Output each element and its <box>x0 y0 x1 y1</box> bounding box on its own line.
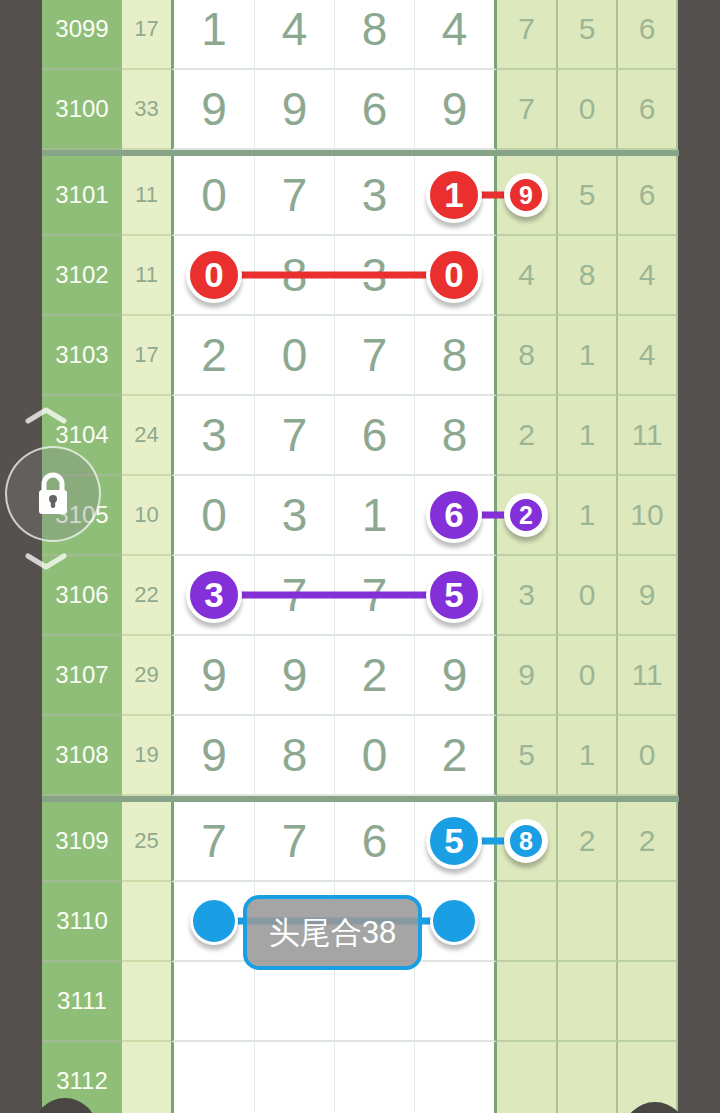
digit-cell <box>254 962 334 1042</box>
digit-cell: 2 <box>334 636 414 716</box>
period-cell: 3109 <box>42 802 122 882</box>
digit-cell: 8 <box>414 316 497 396</box>
digit-cell <box>414 882 497 962</box>
tail-cell: 11 <box>618 396 678 476</box>
tail-cell: 2 <box>558 802 618 882</box>
period-cell: 3107 <box>42 636 122 716</box>
period-cell: 3110 <box>42 882 122 962</box>
digit-cell: 1 <box>171 0 254 70</box>
digit-cell: 0 <box>254 316 334 396</box>
sum-cell: 33 <box>122 70 171 150</box>
table-row: 3112 <box>42 1042 679 1113</box>
chevron-down-icon <box>24 553 68 571</box>
tail-cell: 0 <box>558 636 618 716</box>
digit-cell: 3 <box>254 476 334 556</box>
table-row: 31011107356 <box>42 156 679 236</box>
table-row: 31062277309 <box>42 556 679 636</box>
tail-cell: 9 <box>618 556 678 636</box>
tail-cell: 0 <box>618 716 678 796</box>
digit-cell: 7 <box>254 802 334 882</box>
annotation-tooltip[interactable]: 头尾合38 <box>243 895 422 970</box>
tail-cell <box>497 156 558 236</box>
tail-cell: 5 <box>558 0 618 70</box>
table-row: 31092577622 <box>42 802 679 882</box>
tail-cell <box>558 882 618 962</box>
tail-cell: 5 <box>558 156 618 236</box>
trend-chart-screen: 3099171484756310033996970631011107356310… <box>0 0 720 1113</box>
tail-cell: 2 <box>618 802 678 882</box>
table-row: 3100339969706 <box>42 70 679 150</box>
scroll-down-button[interactable] <box>24 553 68 571</box>
period-cell: 3103 <box>42 316 122 396</box>
digit-cell <box>171 1042 254 1113</box>
digit-cell: 9 <box>254 70 334 150</box>
tail-cell: 10 <box>618 476 678 556</box>
sum-cell <box>122 882 171 962</box>
digit-cell: 3 <box>171 396 254 476</box>
digit-cell: 7 <box>254 556 334 636</box>
sum-cell: 17 <box>122 0 171 70</box>
digit-cell: 6 <box>334 802 414 882</box>
digit-cell: 9 <box>171 716 254 796</box>
digit-cell <box>414 962 497 1042</box>
table-row: 31042437682111 <box>42 396 679 476</box>
digit-cell: 8 <box>414 396 497 476</box>
digit-cell: 9 <box>254 636 334 716</box>
digit-cell <box>171 882 254 962</box>
digit-cell: 0 <box>171 476 254 556</box>
digit-cell <box>334 1042 414 1113</box>
digit-cell <box>414 156 497 236</box>
tail-cell: 1 <box>558 476 618 556</box>
table-row: 3111 <box>42 962 679 1042</box>
digit-cell: 9 <box>414 636 497 716</box>
period-cell: 3102 <box>42 236 122 316</box>
tail-cell: 0 <box>558 556 618 636</box>
period-cell: 3108 <box>42 716 122 796</box>
tail-cell: 4 <box>497 236 558 316</box>
digit-cell <box>414 556 497 636</box>
digit-cell: 7 <box>334 316 414 396</box>
digit-cell <box>414 476 497 556</box>
table-row: 31072999299011 <box>42 636 679 716</box>
tail-cell <box>497 882 558 962</box>
tail-cell <box>497 962 558 1042</box>
digit-cell: 6 <box>334 70 414 150</box>
digit-cell: 9 <box>171 70 254 150</box>
digit-cell <box>414 236 497 316</box>
digit-cell <box>334 962 414 1042</box>
tail-cell: 9 <box>497 636 558 716</box>
sum-cell: 22 <box>122 556 171 636</box>
digit-cell <box>171 962 254 1042</box>
digit-cell: 6 <box>334 396 414 476</box>
digit-cell: 8 <box>254 716 334 796</box>
table-row: 310510031110 <box>42 476 679 556</box>
tail-cell <box>497 802 558 882</box>
tail-cell: 3 <box>497 556 558 636</box>
table-row: 3103172078814 <box>42 316 679 396</box>
sum-cell: 17 <box>122 316 171 396</box>
tail-cell <box>558 962 618 1042</box>
tail-cell: 6 <box>618 0 678 70</box>
digit-cell: 7 <box>254 396 334 476</box>
sum-cell <box>122 1042 171 1113</box>
digit-cell: 7 <box>254 156 334 236</box>
digit-cell: 2 <box>414 716 497 796</box>
tail-cell: 6 <box>618 70 678 150</box>
tail-cell: 0 <box>558 70 618 150</box>
sum-cell: 10 <box>122 476 171 556</box>
tail-cell <box>618 962 678 1042</box>
tail-cell: 1 <box>558 716 618 796</box>
tail-cell: 11 <box>618 636 678 716</box>
tail-cell: 7 <box>497 70 558 150</box>
tail-cell: 8 <box>558 236 618 316</box>
table-row: 3099171484756 <box>42 0 679 70</box>
scroll-up-button[interactable] <box>24 406 68 424</box>
digit-cell <box>171 236 254 316</box>
lock-icon <box>33 471 73 517</box>
digit-cell: 2 <box>171 316 254 396</box>
digit-cell: 8 <box>254 236 334 316</box>
sum-cell: 24 <box>122 396 171 476</box>
tail-cell <box>497 1042 558 1113</box>
sum-cell <box>122 962 171 1042</box>
digit-cell <box>254 1042 334 1113</box>
tail-cell: 5 <box>497 716 558 796</box>
chevron-up-icon <box>24 406 68 424</box>
tail-cell <box>558 1042 618 1113</box>
tail-cell <box>618 882 678 962</box>
digit-cell: 9 <box>414 70 497 150</box>
digit-cell: 4 <box>254 0 334 70</box>
tail-cell: 4 <box>618 316 678 396</box>
period-cell: 3111 <box>42 962 122 1042</box>
digit-cell: 1 <box>334 476 414 556</box>
digit-cell: 4 <box>414 0 497 70</box>
digit-cell: 7 <box>171 802 254 882</box>
digit-cell: 3 <box>334 236 414 316</box>
sum-cell: 11 <box>122 156 171 236</box>
period-cell: 3101 <box>42 156 122 236</box>
tail-cell: 6 <box>618 156 678 236</box>
sum-cell: 25 <box>122 802 171 882</box>
sum-cell: 29 <box>122 636 171 716</box>
tail-cell: 8 <box>497 316 558 396</box>
tail-cell: 2 <box>497 396 558 476</box>
tail-cell: 4 <box>618 236 678 316</box>
lock-button[interactable] <box>5 446 101 542</box>
digit-cell <box>414 802 497 882</box>
digit-cell: 0 <box>171 156 254 236</box>
digit-cell: 0 <box>334 716 414 796</box>
tail-cell <box>497 476 558 556</box>
period-cell: 3100 <box>42 70 122 150</box>
digit-cell <box>171 556 254 636</box>
digit-cell: 8 <box>334 0 414 70</box>
table-row: 31021183484 <box>42 236 679 316</box>
tail-cell: 7 <box>497 0 558 70</box>
digit-cell: 3 <box>334 156 414 236</box>
sum-cell: 19 <box>122 716 171 796</box>
sum-cell: 11 <box>122 236 171 316</box>
tail-cell: 1 <box>558 316 618 396</box>
digit-cell: 7 <box>334 556 414 636</box>
digit-cell: 9 <box>171 636 254 716</box>
digit-cell <box>414 1042 497 1113</box>
tail-cell: 1 <box>558 396 618 476</box>
table-row: 3108199802510 <box>42 716 679 796</box>
period-cell: 3099 <box>42 0 122 70</box>
